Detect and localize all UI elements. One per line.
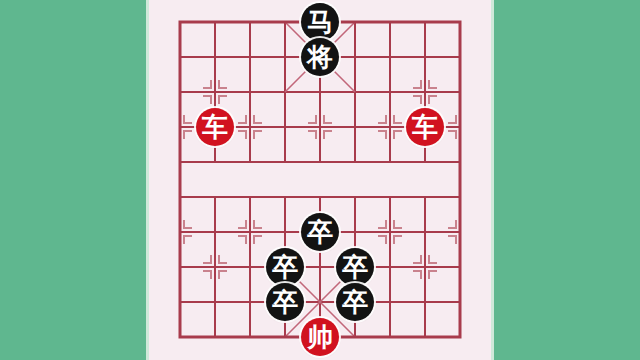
point-marker — [378, 115, 386, 123]
point-marker — [219, 80, 227, 88]
point-marker — [184, 236, 192, 244]
point-marker — [203, 255, 211, 263]
point-marker — [203, 271, 211, 279]
point-marker — [413, 271, 421, 279]
point-marker — [448, 115, 456, 123]
piece-red-chariot-b3[interactable]: 车 — [196, 108, 234, 146]
piece-black-soldier-d7[interactable]: 卒 — [266, 248, 304, 286]
point-marker — [429, 80, 437, 88]
point-marker — [219, 96, 227, 104]
piece-red-chariot-h3[interactable]: 车 — [406, 108, 444, 146]
piece-black-general-e1[interactable]: 将 — [301, 38, 339, 76]
point-marker — [219, 255, 227, 263]
point-marker — [203, 96, 211, 104]
point-marker — [378, 220, 386, 228]
point-marker — [203, 80, 211, 88]
piece-black-soldier-f8[interactable]: 卒 — [336, 283, 374, 321]
point-marker — [254, 131, 262, 139]
point-marker — [219, 271, 227, 279]
point-marker — [238, 131, 246, 139]
point-marker — [413, 96, 421, 104]
point-marker — [448, 131, 456, 139]
piece-black-horse-e0[interactable]: 马 — [301, 3, 339, 41]
xiangqi-board-area: 马将车车卒卒卒卒卒帅 — [0, 0, 640, 360]
point-marker — [238, 236, 246, 244]
point-marker — [308, 131, 316, 139]
point-marker — [394, 236, 402, 244]
point-marker — [394, 220, 402, 228]
point-marker — [324, 131, 332, 139]
point-marker — [238, 115, 246, 123]
point-marker — [254, 236, 262, 244]
point-marker — [448, 220, 456, 228]
point-marker — [254, 115, 262, 123]
point-marker — [394, 131, 402, 139]
point-marker — [429, 271, 437, 279]
point-marker — [308, 115, 316, 123]
piece-black-soldier-e6[interactable]: 卒 — [301, 213, 339, 251]
piece-black-soldier-d8[interactable]: 卒 — [266, 283, 304, 321]
point-marker — [413, 80, 421, 88]
point-marker — [184, 220, 192, 228]
point-marker — [184, 115, 192, 123]
point-marker — [429, 255, 437, 263]
point-marker — [378, 131, 386, 139]
piece-red-general-e9[interactable]: 帅 — [301, 318, 339, 356]
point-marker — [378, 236, 386, 244]
point-marker — [429, 96, 437, 104]
point-marker — [324, 115, 332, 123]
point-marker — [254, 220, 262, 228]
point-marker — [184, 131, 192, 139]
piece-black-soldier-f7[interactable]: 卒 — [336, 248, 374, 286]
point-marker — [448, 236, 456, 244]
point-marker — [238, 220, 246, 228]
point-marker — [394, 115, 402, 123]
point-marker — [413, 255, 421, 263]
